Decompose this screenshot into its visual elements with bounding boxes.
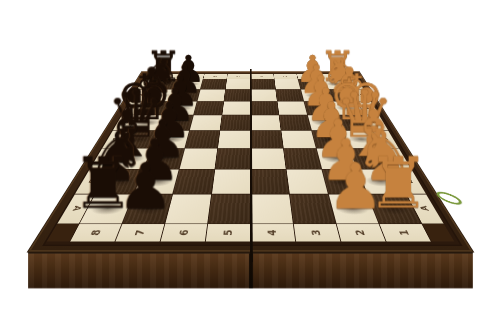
square-f5 [222,102,250,115]
rank-label-text: 7 [133,230,148,236]
product-photo-stage: 87654321H♜♟♟♜HG♞♟♟♞GF♝♟♟♝FE♚♟♟♚ED♛♟♟♛DC♝… [0,0,500,331]
near-rank-label-3: 3 [294,224,341,241]
square-h4 [251,79,276,89]
rank-label-text: 6 [177,230,191,236]
square-h5 [226,79,251,89]
piece-white-rook-a1: ♜ [338,148,458,218]
chess-board: 87654321H♜♟♟♜HG♞♟♟♞GF♝♟♟♝FE♚♟♟♚ED♛♟♟♛DC♝… [27,71,475,252]
near-rank-label-8: 8 [70,224,121,241]
square-d4 [251,131,283,149]
rank-label-text: 2 [353,230,368,236]
square-a4 [251,194,293,223]
near-rank-label-6: 6 [161,224,208,241]
square-e4 [251,115,281,130]
board-grid: 87654321H♜♟♟♜HG♞♟♟♞GF♝♟♟♝FE♚♟♟♚ED♛♟♟♛DC♝… [42,73,463,246]
square-c4 [251,149,286,169]
square-g5 [224,90,250,102]
square-c5 [215,149,250,169]
rank-label-text: 8 [89,230,105,236]
square-d5 [218,131,250,149]
rank-label-text: 3 [310,230,324,236]
near-rank-label-1: 1 [380,224,431,241]
near-rank-label-5: 5 [206,224,250,241]
rank-label-text: 1 [397,230,413,236]
square-e5 [220,115,250,130]
square-f4 [251,102,279,115]
rank-label-text: 4 [260,76,264,77]
piece-black-rook-a8: ♜ [43,148,163,218]
square-b5 [212,170,250,194]
near-rank-label-2: 2 [337,224,386,241]
square-g4 [251,90,277,102]
rank-label-text: 5 [237,76,241,77]
near-rank-label-7: 7 [115,224,164,241]
near-rank-label-4: 4 [251,224,295,241]
square-b4 [251,170,289,194]
rank-label-text: 4 [266,230,279,236]
square-a5 [208,194,250,223]
rank-label-text: 5 [222,230,235,236]
